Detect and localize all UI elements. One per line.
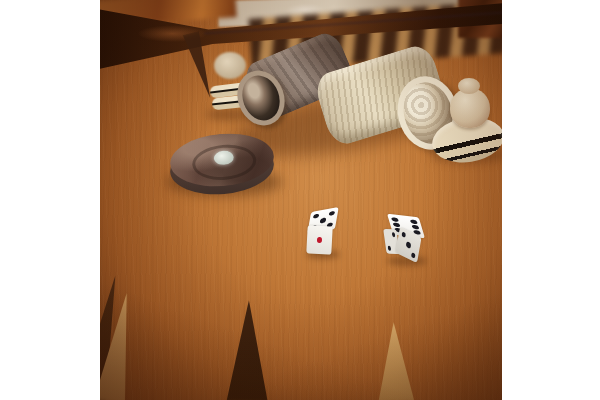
letterbox-right: [502, 0, 600, 400]
backgammon-photo: [100, 0, 502, 400]
light-checker-tilted: [214, 52, 246, 79]
die-front-face: [306, 225, 332, 254]
screenshot: [0, 0, 600, 400]
knob-piece-tip: [458, 78, 480, 94]
knob-piece: [450, 88, 490, 128]
letterbox-left: [0, 0, 100, 400]
left-die: [306, 206, 350, 260]
right-die: [385, 214, 429, 268]
